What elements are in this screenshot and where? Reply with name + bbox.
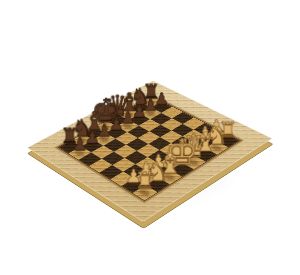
square-g5[interactable] xyxy=(102,151,125,164)
square-h4[interactable] xyxy=(100,165,123,179)
board-frame: ♜♟♟♜♞♟♟♞♝♟♟♝♛♟♟♛♚♟♟♚♝♟♟♝♞♟♟♞♜♟♟♜ xyxy=(27,80,272,221)
black-pawn[interactable]: ♟ xyxy=(72,135,87,152)
chess-board: ♜♟♟♜♞♟♟♞♝♟♟♝♛♟♟♛♚♟♟♚♝♟♟♝♞♟♟♞♜♟♟♜ xyxy=(27,80,272,221)
square-h7[interactable]: ♟ xyxy=(69,146,92,159)
scene-lean: ♜♟♟♜♞♟♟♞♝♟♟♝♛♟♟♛♚♟♟♚♝♟♟♝♞♟♟♞♜♟♟♜ xyxy=(0,0,300,275)
square-h1[interactable]: ♜ xyxy=(133,185,157,200)
board-grid: ♜♟♟♜♞♟♟♞♝♟♟♝♛♟♟♛♚♟♟♚♝♟♟♝♞♟♟♞♜♟♟♜ xyxy=(57,95,240,200)
white-rook[interactable]: ♜ xyxy=(135,169,155,192)
product-photo: ♜♟♟♜♞♟♟♞♝♟♟♝♛♟♟♛♚♟♟♚♝♟♟♝♞♟♟♞♜♟♟♜ xyxy=(0,0,300,275)
perspective-scene: ♜♟♟♜♞♟♟♞♝♟♟♝♛♟♟♛♚♟♟♚♝♟♟♝♞♟♟♞♜♟♟♜ xyxy=(0,0,300,275)
